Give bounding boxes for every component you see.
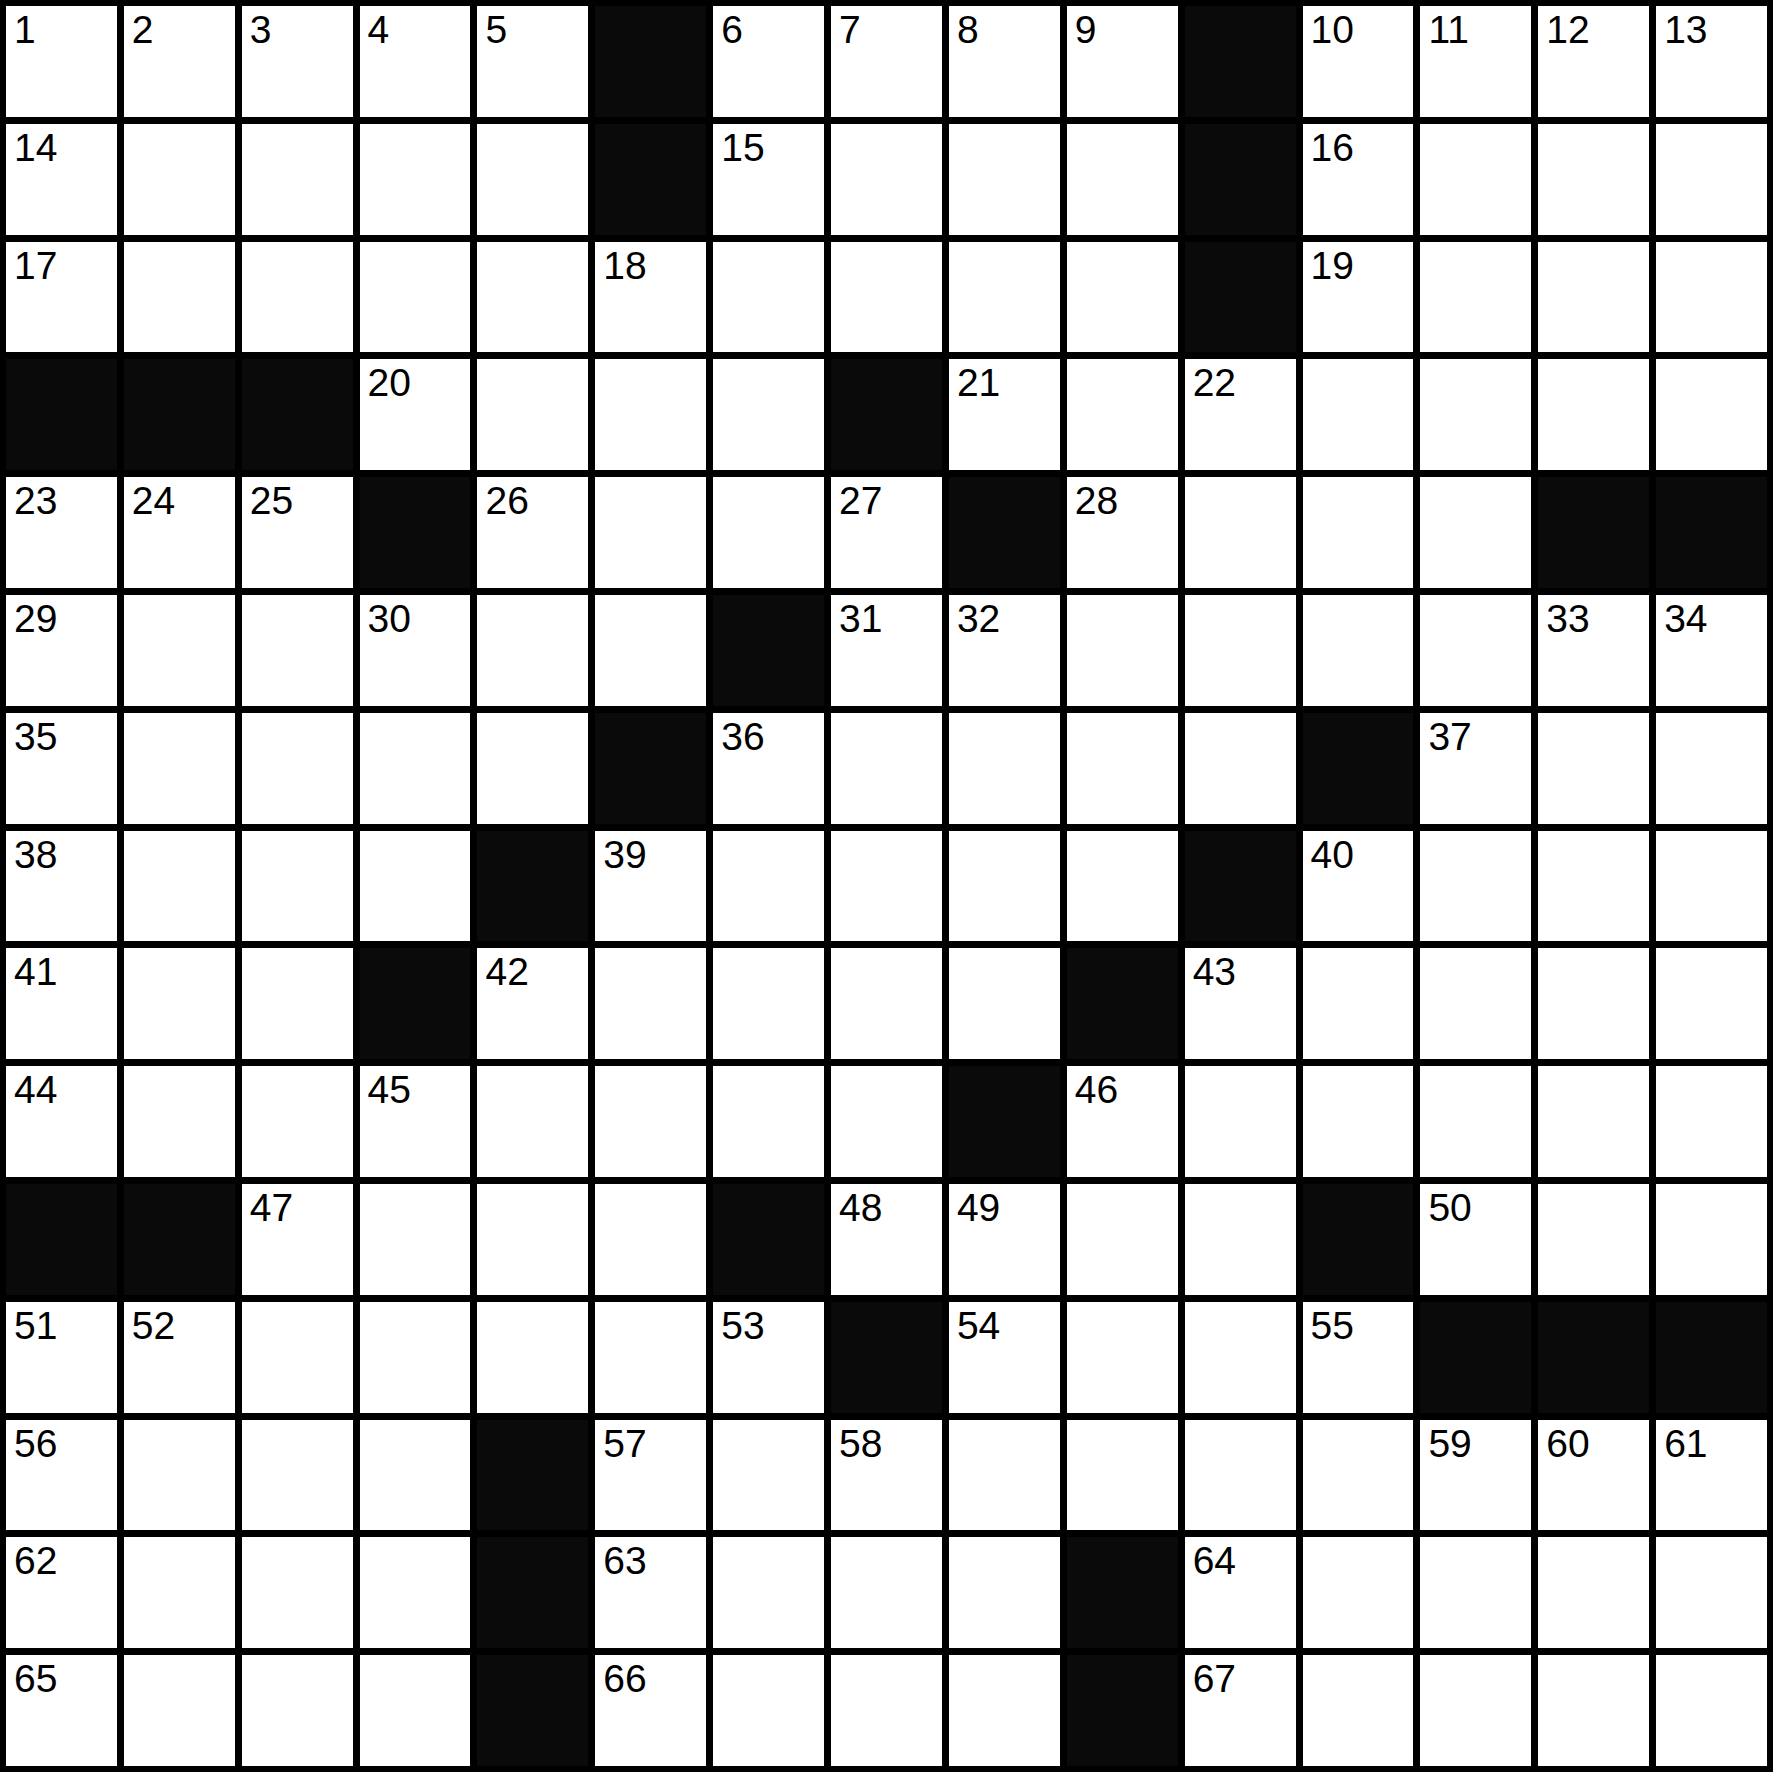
cell-r2-c12[interactable]	[1420, 242, 1531, 353]
clue-number: 39	[603, 835, 646, 874]
cell-r11-c3[interactable]	[360, 1302, 471, 1413]
clue-number: 61	[1664, 1424, 1707, 1463]
cell-r13-c8[interactable]	[949, 1537, 1060, 1648]
cell-r7-c12[interactable]	[1420, 831, 1531, 942]
cell-r4-c12[interactable]	[1420, 477, 1531, 588]
cell-r11-c11[interactable]: 55	[1303, 1302, 1414, 1413]
cell-r12-c0[interactable]: 56	[6, 1420, 117, 1531]
clue-number: 11	[1428, 10, 1469, 49]
clue-number: 44	[14, 1070, 57, 1109]
cell-r2-c1[interactable]	[124, 242, 235, 353]
cell-r6-c10[interactable]	[1185, 713, 1296, 824]
clue-number: 18	[603, 246, 646, 285]
cell-r8-c13[interactable]	[1538, 948, 1649, 1059]
cell-r0-c11[interactable]: 10	[1303, 6, 1414, 117]
cell-r1-c6[interactable]: 15	[713, 124, 824, 235]
clue-number: 57	[603, 1424, 646, 1463]
clue-number: 12	[1546, 10, 1589, 49]
cell-r9-c10[interactable]	[1185, 1066, 1296, 1177]
cell-r7-c2[interactable]	[242, 831, 353, 942]
clue-number: 34	[1664, 599, 1707, 638]
clue-number: 6	[721, 10, 743, 49]
black-cell-r6-c5	[595, 713, 706, 824]
cell-r2-c0[interactable]: 17	[6, 242, 117, 353]
cell-r3-c3[interactable]: 20	[360, 359, 471, 470]
cell-r10-c10[interactable]	[1185, 1184, 1296, 1295]
cell-r2-c5[interactable]: 18	[595, 242, 706, 353]
cell-r9-c4[interactable]	[477, 1066, 588, 1177]
clue-number: 40	[1311, 835, 1354, 874]
cell-r2-c7[interactable]	[831, 242, 942, 353]
cell-r2-c13[interactable]	[1538, 242, 1649, 353]
cell-r5-c0[interactable]: 29	[6, 595, 117, 706]
cell-r8-c6[interactable]	[713, 948, 824, 1059]
cell-r1-c12[interactable]	[1420, 124, 1531, 235]
cell-r10-c7[interactable]: 48	[831, 1184, 942, 1295]
cell-r8-c12[interactable]	[1420, 948, 1531, 1059]
cell-r2-c4[interactable]	[477, 242, 588, 353]
cell-r14-c14[interactable]	[1656, 1655, 1767, 1766]
cell-r12-c12[interactable]: 59	[1420, 1420, 1531, 1531]
cell-r9-c5[interactable]	[595, 1066, 706, 1177]
cell-r14-c8[interactable]	[949, 1655, 1060, 1766]
cell-r12-c6[interactable]	[713, 1420, 824, 1531]
cell-r13-c0[interactable]: 62	[6, 1537, 117, 1648]
black-cell-r8-c9	[1067, 948, 1178, 1059]
clue-number: 41	[14, 952, 57, 991]
cell-r2-c2[interactable]	[242, 242, 353, 353]
cell-r1-c3[interactable]	[360, 124, 471, 235]
cell-r4-c11[interactable]	[1303, 477, 1414, 588]
cell-r13-c13[interactable]	[1538, 1537, 1649, 1648]
clue-number: 33	[1546, 599, 1589, 638]
cell-r8-c4[interactable]: 42	[477, 948, 588, 1059]
black-cell-r5-c6	[713, 595, 824, 706]
cell-r13-c7[interactable]	[831, 1537, 942, 1648]
cell-r3-c11[interactable]	[1303, 359, 1414, 470]
cell-r7-c0[interactable]: 38	[6, 831, 117, 942]
cell-r7-c9[interactable]	[1067, 831, 1178, 942]
cell-r8-c7[interactable]	[831, 948, 942, 1059]
cell-r9-c9[interactable]: 46	[1067, 1066, 1178, 1177]
clue-number: 53	[721, 1306, 764, 1345]
cell-r6-c9[interactable]	[1067, 713, 1178, 824]
cell-r0-c13[interactable]: 12	[1538, 6, 1649, 117]
clue-number: 4	[368, 10, 390, 49]
cell-r0-c4[interactable]: 5	[477, 6, 588, 117]
cell-r1-c13[interactable]	[1538, 124, 1649, 235]
cell-r10-c14[interactable]	[1656, 1184, 1767, 1295]
cell-r1-c9[interactable]	[1067, 124, 1178, 235]
cell-r10-c4[interactable]	[477, 1184, 588, 1295]
cell-r6-c4[interactable]	[477, 713, 588, 824]
cell-r1-c1[interactable]	[124, 124, 235, 235]
cell-r8-c8[interactable]	[949, 948, 1060, 1059]
black-cell-r13-c9	[1067, 1537, 1178, 1648]
cell-r12-c3[interactable]	[360, 1420, 471, 1531]
clue-number: 5	[485, 10, 507, 49]
cell-r10-c12[interactable]: 50	[1420, 1184, 1531, 1295]
cell-r6-c1[interactable]	[124, 713, 235, 824]
cell-r0-c7[interactable]: 7	[831, 6, 942, 117]
black-cell-r4-c14	[1656, 477, 1767, 588]
clue-number: 15	[721, 128, 764, 167]
cell-r8-c11[interactable]	[1303, 948, 1414, 1059]
cell-r14-c7[interactable]	[831, 1655, 942, 1766]
cell-r13-c12[interactable]	[1420, 1537, 1531, 1648]
black-cell-r4-c3	[360, 477, 471, 588]
clue-number: 21	[957, 363, 1000, 402]
clue-number: 51	[14, 1306, 57, 1345]
clue-number: 13	[1664, 10, 1707, 49]
clue-number: 37	[1428, 717, 1471, 756]
clue-number: 52	[132, 1306, 175, 1345]
cell-r4-c9[interactable]: 28	[1067, 477, 1178, 588]
cell-r14-c1[interactable]	[124, 1655, 235, 1766]
clue-number: 3	[250, 10, 272, 49]
cell-r6-c0[interactable]: 35	[6, 713, 117, 824]
cell-r3-c8[interactable]: 21	[949, 359, 1060, 470]
black-cell-r3-c2	[242, 359, 353, 470]
cell-r12-c2[interactable]	[242, 1420, 353, 1531]
cell-r13-c6[interactable]	[713, 1537, 824, 1648]
cell-r1-c0[interactable]: 14	[6, 124, 117, 235]
clue-number: 25	[250, 481, 293, 520]
black-cell-r11-c13	[1538, 1302, 1649, 1413]
cell-r11-c9[interactable]	[1067, 1302, 1178, 1413]
cell-r2-c6[interactable]	[713, 242, 824, 353]
cell-r13-c1[interactable]	[124, 1537, 235, 1648]
black-cell-r3-c7	[831, 359, 942, 470]
cell-r10-c3[interactable]	[360, 1184, 471, 1295]
black-cell-r14-c4	[477, 1655, 588, 1766]
black-cell-r3-c1	[124, 359, 235, 470]
cell-r0-c14[interactable]: 13	[1656, 6, 1767, 117]
clue-number: 63	[603, 1541, 646, 1580]
cell-r9-c1[interactable]	[124, 1066, 235, 1177]
cell-r9-c12[interactable]	[1420, 1066, 1531, 1177]
cell-r11-c5[interactable]	[595, 1302, 706, 1413]
cell-r12-c10[interactable]	[1185, 1420, 1296, 1531]
clue-number: 20	[368, 363, 411, 402]
cell-r5-c8[interactable]: 32	[949, 595, 1060, 706]
cell-r6-c14[interactable]	[1656, 713, 1767, 824]
cell-r5-c9[interactable]	[1067, 595, 1178, 706]
cell-r14-c12[interactable]	[1420, 1655, 1531, 1766]
clue-number: 67	[1193, 1659, 1236, 1698]
cell-r9-c13[interactable]	[1538, 1066, 1649, 1177]
black-cell-r10-c1	[124, 1184, 235, 1295]
black-cell-r7-c10	[1185, 831, 1296, 942]
cell-r0-c6[interactable]: 6	[713, 6, 824, 117]
cell-r7-c8[interactable]	[949, 831, 1060, 942]
cell-r5-c1[interactable]	[124, 595, 235, 706]
cell-r9-c7[interactable]	[831, 1066, 942, 1177]
cell-r14-c3[interactable]	[360, 1655, 471, 1766]
cell-r11-c1[interactable]: 52	[124, 1302, 235, 1413]
clue-number: 38	[14, 835, 57, 874]
clue-number: 58	[839, 1424, 882, 1463]
black-cell-r10-c11	[1303, 1184, 1414, 1295]
cell-r10-c13[interactable]	[1538, 1184, 1649, 1295]
cell-r2-c9[interactable]	[1067, 242, 1178, 353]
cell-r9-c14[interactable]	[1656, 1066, 1767, 1177]
black-cell-r2-c10	[1185, 242, 1296, 353]
black-cell-r4-c13	[1538, 477, 1649, 588]
clue-number: 2	[132, 10, 154, 49]
cell-r11-c0[interactable]: 51	[6, 1302, 117, 1413]
clue-number: 54	[957, 1306, 1000, 1345]
clue-number: 62	[14, 1541, 57, 1580]
clue-number: 64	[1193, 1541, 1236, 1580]
clue-number: 65	[14, 1659, 57, 1698]
clue-number: 17	[14, 246, 57, 285]
cell-r1-c2[interactable]	[242, 124, 353, 235]
cell-r9-c2[interactable]	[242, 1066, 353, 1177]
cell-r4-c5[interactable]	[595, 477, 706, 588]
cell-r2-c11[interactable]: 19	[1303, 242, 1414, 353]
cell-r0-c0[interactable]: 1	[6, 6, 117, 117]
cell-r14-c2[interactable]	[242, 1655, 353, 1766]
cell-r0-c1[interactable]: 2	[124, 6, 235, 117]
cell-r6-c2[interactable]	[242, 713, 353, 824]
cell-r2-c14[interactable]	[1656, 242, 1767, 353]
cell-r8-c2[interactable]	[242, 948, 353, 1059]
cell-r11-c2[interactable]	[242, 1302, 353, 1413]
cell-r0-c9[interactable]: 9	[1067, 6, 1178, 117]
cell-r10-c9[interactable]	[1067, 1184, 1178, 1295]
cell-r3-c10[interactable]: 22	[1185, 359, 1296, 470]
cell-r12-c9[interactable]	[1067, 1420, 1178, 1531]
cell-r11-c6[interactable]: 53	[713, 1302, 824, 1413]
clue-number: 42	[485, 952, 528, 991]
cell-r6-c13[interactable]	[1538, 713, 1649, 824]
cell-r14-c6[interactable]	[713, 1655, 824, 1766]
clue-number: 10	[1311, 10, 1354, 49]
black-cell-r12-c4	[477, 1420, 588, 1531]
cell-r12-c5[interactable]: 57	[595, 1420, 706, 1531]
cell-r3-c14[interactable]	[1656, 359, 1767, 470]
black-cell-r8-c3	[360, 948, 471, 1059]
cell-r4-c10[interactable]	[1185, 477, 1296, 588]
black-cell-r1-c10	[1185, 124, 1296, 235]
cell-r2-c3[interactable]	[360, 242, 471, 353]
cell-r7-c5[interactable]: 39	[595, 831, 706, 942]
black-cell-r1-c5	[595, 124, 706, 235]
cell-r5-c11[interactable]	[1303, 595, 1414, 706]
clue-number: 1	[14, 10, 36, 49]
clue-number: 55	[1311, 1306, 1354, 1345]
black-cell-r6-c11	[1303, 713, 1414, 824]
clue-number: 9	[1075, 10, 1097, 49]
black-cell-r10-c0	[6, 1184, 117, 1295]
clue-number: 60	[1546, 1424, 1589, 1463]
cell-r4-c2[interactable]: 25	[242, 477, 353, 588]
cell-r13-c2[interactable]	[242, 1537, 353, 1648]
clue-number: 7	[839, 10, 861, 49]
cell-r14-c0[interactable]: 65	[6, 1655, 117, 1766]
clue-number: 36	[721, 717, 764, 756]
cell-r5-c5[interactable]	[595, 595, 706, 706]
cell-r6-c12[interactable]: 37	[1420, 713, 1531, 824]
black-cell-r3-c0	[6, 359, 117, 470]
clue-number: 8	[957, 10, 979, 49]
cell-r12-c11[interactable]	[1303, 1420, 1414, 1531]
cell-r13-c10[interactable]: 64	[1185, 1537, 1296, 1648]
clue-number: 50	[1428, 1188, 1471, 1227]
cell-r0-c12[interactable]: 11	[1420, 6, 1531, 117]
clue-number: 31	[839, 599, 882, 638]
cell-r3-c5[interactable]	[595, 359, 706, 470]
cell-r3-c12[interactable]	[1420, 359, 1531, 470]
cell-r4-c1[interactable]: 24	[124, 477, 235, 588]
cell-r6-c6[interactable]: 36	[713, 713, 824, 824]
clue-number: 19	[1311, 246, 1354, 285]
clue-number: 29	[14, 599, 57, 638]
cell-r8-c1[interactable]	[124, 948, 235, 1059]
black-cell-r9-c8	[949, 1066, 1060, 1177]
cell-r12-c13[interactable]: 60	[1538, 1420, 1649, 1531]
cell-r7-c11[interactable]: 40	[1303, 831, 1414, 942]
cell-r13-c3[interactable]	[360, 1537, 471, 1648]
cell-r10-c5[interactable]	[595, 1184, 706, 1295]
cell-r14-c5[interactable]: 66	[595, 1655, 706, 1766]
clue-number: 35	[14, 717, 57, 756]
cell-r6-c8[interactable]	[949, 713, 1060, 824]
black-cell-r11-c14	[1656, 1302, 1767, 1413]
cell-r3-c13[interactable]	[1538, 359, 1649, 470]
cell-r13-c11[interactable]	[1303, 1537, 1414, 1648]
clue-number: 46	[1075, 1070, 1118, 1109]
cell-r14-c10[interactable]: 67	[1185, 1655, 1296, 1766]
cell-r4-c0[interactable]: 23	[6, 477, 117, 588]
cell-r14-c11[interactable]	[1303, 1655, 1414, 1766]
cell-r5-c13[interactable]: 33	[1538, 595, 1649, 706]
cell-r5-c4[interactable]	[477, 595, 588, 706]
cell-r8-c10[interactable]: 43	[1185, 948, 1296, 1059]
cell-r1-c11[interactable]: 16	[1303, 124, 1414, 235]
cell-r5-c3[interactable]: 30	[360, 595, 471, 706]
cell-r5-c10[interactable]	[1185, 595, 1296, 706]
cell-r0-c2[interactable]: 3	[242, 6, 353, 117]
clue-number: 59	[1428, 1424, 1471, 1463]
cell-r12-c1[interactable]	[124, 1420, 235, 1531]
cell-r11-c10[interactable]	[1185, 1302, 1296, 1413]
cell-r6-c3[interactable]	[360, 713, 471, 824]
clue-number: 14	[14, 128, 57, 167]
cell-r11-c4[interactable]	[477, 1302, 588, 1413]
cell-r14-c13[interactable]	[1538, 1655, 1649, 1766]
cell-r5-c14[interactable]: 34	[1656, 595, 1767, 706]
clue-number: 24	[132, 481, 175, 520]
cell-r1-c8[interactable]	[949, 124, 1060, 235]
clue-number: 47	[250, 1188, 293, 1227]
cell-r1-c7[interactable]	[831, 124, 942, 235]
cell-r3-c6[interactable]	[713, 359, 824, 470]
clue-number: 45	[368, 1070, 411, 1109]
cell-r9-c0[interactable]: 44	[6, 1066, 117, 1177]
cell-r12-c8[interactable]	[949, 1420, 1060, 1531]
clue-number: 48	[839, 1188, 882, 1227]
cell-r13-c5[interactable]: 63	[595, 1537, 706, 1648]
cell-r9-c11[interactable]	[1303, 1066, 1414, 1177]
cell-r5-c7[interactable]: 31	[831, 595, 942, 706]
cell-r8-c14[interactable]	[1656, 948, 1767, 1059]
cell-r8-c5[interactable]	[595, 948, 706, 1059]
cell-r10-c2[interactable]: 47	[242, 1184, 353, 1295]
cell-r5-c12[interactable]	[1420, 595, 1531, 706]
cell-r5-c2[interactable]	[242, 595, 353, 706]
clue-number: 16	[1311, 128, 1354, 167]
crossword-grid: 1234567891011121314151617181920212223242…	[0, 0, 1773, 1772]
cell-r7-c14[interactable]	[1656, 831, 1767, 942]
cell-r4-c7[interactable]: 27	[831, 477, 942, 588]
cell-r0-c8[interactable]: 8	[949, 6, 1060, 117]
cell-r7-c1[interactable]	[124, 831, 235, 942]
cell-r3-c9[interactable]	[1067, 359, 1178, 470]
black-cell-r0-c5	[595, 6, 706, 117]
cell-r9-c3[interactable]: 45	[360, 1066, 471, 1177]
cell-r2-c8[interactable]	[949, 242, 1060, 353]
cell-r4-c6[interactable]	[713, 477, 824, 588]
black-cell-r7-c4	[477, 831, 588, 942]
cell-r12-c7[interactable]: 58	[831, 1420, 942, 1531]
clue-number: 28	[1075, 481, 1118, 520]
cell-r7-c7[interactable]	[831, 831, 942, 942]
clue-number: 49	[957, 1188, 1000, 1227]
cell-r7-c13[interactable]	[1538, 831, 1649, 942]
black-cell-r13-c4	[477, 1537, 588, 1648]
clue-number: 23	[14, 481, 57, 520]
cell-r9-c6[interactable]	[713, 1066, 824, 1177]
cell-r1-c14[interactable]	[1656, 124, 1767, 235]
cell-r4-c4[interactable]: 26	[477, 477, 588, 588]
cell-r11-c8[interactable]: 54	[949, 1302, 1060, 1413]
cell-r7-c6[interactable]	[713, 831, 824, 942]
black-cell-r14-c9	[1067, 1655, 1178, 1766]
clue-number: 27	[839, 481, 882, 520]
black-cell-r4-c8	[949, 477, 1060, 588]
black-cell-r0-c10	[1185, 6, 1296, 117]
clue-number: 22	[1193, 363, 1236, 402]
black-cell-r11-c12	[1420, 1302, 1531, 1413]
black-cell-r10-c6	[713, 1184, 824, 1295]
cell-r6-c7[interactable]	[831, 713, 942, 824]
cell-r8-c0[interactable]: 41	[6, 948, 117, 1059]
black-cell-r11-c7	[831, 1302, 942, 1413]
cell-r13-c14[interactable]	[1656, 1537, 1767, 1648]
clue-number: 66	[603, 1659, 646, 1698]
clue-number: 30	[368, 599, 411, 638]
cell-r1-c4[interactable]	[477, 124, 588, 235]
clue-number: 43	[1193, 952, 1236, 991]
clue-number: 32	[957, 599, 1000, 638]
clue-number: 56	[14, 1424, 57, 1463]
cell-r12-c14[interactable]: 61	[1656, 1420, 1767, 1531]
cell-r0-c3[interactable]: 4	[360, 6, 471, 117]
cell-r10-c8[interactable]: 49	[949, 1184, 1060, 1295]
cell-r7-c3[interactable]	[360, 831, 471, 942]
cell-r3-c4[interactable]	[477, 359, 588, 470]
clue-number: 26	[485, 481, 528, 520]
